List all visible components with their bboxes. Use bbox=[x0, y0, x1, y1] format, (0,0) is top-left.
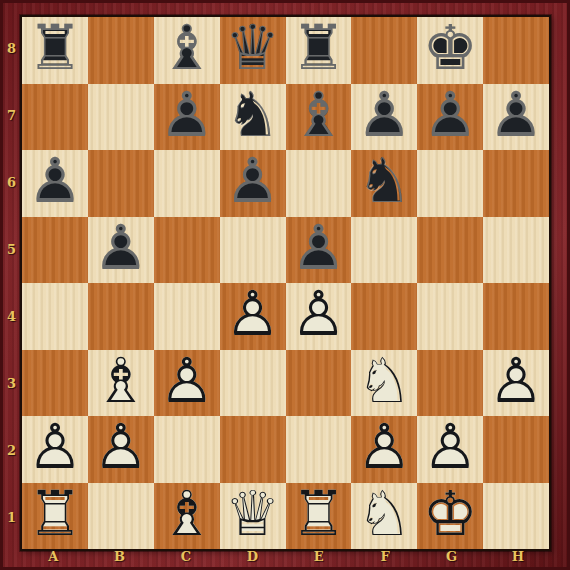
piece-black-pawn[interactable]: ♟︎♙︎ bbox=[88, 217, 154, 284]
piece-white-knight[interactable]: ♞︎♘︎ bbox=[351, 350, 417, 417]
square-d4[interactable]: ♟︎♙︎ bbox=[220, 283, 286, 350]
square-f6[interactable]: ♞︎♘︎ bbox=[351, 150, 417, 217]
square-c2[interactable] bbox=[154, 416, 220, 483]
square-f1[interactable]: ♞︎♘︎ bbox=[351, 483, 417, 550]
black-pawn-outline: ♙︎ bbox=[154, 83, 220, 145]
black-bishop-outline: ♗︎ bbox=[286, 83, 352, 145]
file-label-g: G bbox=[418, 545, 484, 567]
piece-black-knight[interactable]: ♞︎♘︎ bbox=[351, 150, 417, 217]
piece-black-pawn[interactable]: ♟︎♙︎ bbox=[417, 84, 483, 151]
square-e1[interactable]: ♜︎♖︎ bbox=[286, 483, 352, 550]
square-g8[interactable]: ♚︎♔︎ bbox=[417, 17, 483, 84]
square-a8[interactable]: ♜︎♖︎ bbox=[22, 17, 88, 84]
white-rook-outline: ♖︎ bbox=[22, 482, 88, 544]
square-a3[interactable] bbox=[22, 350, 88, 417]
piece-black-queen[interactable]: ♛︎♕︎ bbox=[220, 17, 286, 84]
rank-label-8: 8 bbox=[3, 15, 20, 82]
piece-white-rook[interactable]: ♜︎♖︎ bbox=[22, 483, 88, 550]
square-g4[interactable] bbox=[417, 283, 483, 350]
white-bishop-outline: ♗︎ bbox=[154, 482, 220, 544]
square-h8[interactable] bbox=[483, 17, 549, 84]
square-f5[interactable] bbox=[351, 217, 417, 284]
square-e3[interactable] bbox=[286, 350, 352, 417]
square-e2[interactable] bbox=[286, 416, 352, 483]
square-g6[interactable] bbox=[417, 150, 483, 217]
chess-board: ♜︎♖︎♝︎♗︎♛︎♕︎♜︎♖︎♚︎♔︎♟︎♙︎♞︎♘︎♝︎♗︎♟︎♙︎♟︎♙︎… bbox=[20, 15, 551, 551]
square-h5[interactable] bbox=[483, 217, 549, 284]
file-label-e: E bbox=[286, 545, 352, 567]
file-label-b: B bbox=[86, 545, 152, 567]
piece-white-pawn[interactable]: ♟︎♙︎ bbox=[220, 283, 286, 350]
square-e7[interactable]: ♝︎♗︎ bbox=[286, 84, 352, 151]
square-h2[interactable] bbox=[483, 416, 549, 483]
file-label-h: H bbox=[485, 545, 551, 567]
square-b6[interactable] bbox=[88, 150, 154, 217]
square-h7[interactable]: ♟︎♙︎ bbox=[483, 84, 549, 151]
square-h1[interactable] bbox=[483, 483, 549, 550]
piece-white-bishop[interactable]: ♝︎♗︎ bbox=[88, 350, 154, 417]
square-d6[interactable]: ♟︎♙︎ bbox=[220, 150, 286, 217]
rank-label-4: 4 bbox=[3, 283, 20, 350]
black-rook-outline: ♖︎ bbox=[286, 17, 352, 79]
square-a6[interactable]: ♟︎♙︎ bbox=[22, 150, 88, 217]
square-f2[interactable]: ♟︎♙︎ bbox=[351, 416, 417, 483]
square-a2[interactable]: ♟︎♙︎ bbox=[22, 416, 88, 483]
square-d8[interactable]: ♛︎♕︎ bbox=[220, 17, 286, 84]
piece-white-bishop[interactable]: ♝︎♗︎ bbox=[154, 483, 220, 550]
black-rook-outline: ♖︎ bbox=[22, 17, 88, 79]
square-b7[interactable] bbox=[88, 84, 154, 151]
piece-black-rook[interactable]: ♜︎♖︎ bbox=[286, 17, 352, 84]
piece-white-pawn[interactable]: ♟︎♙︎ bbox=[483, 350, 549, 417]
piece-white-pawn[interactable]: ♟︎♙︎ bbox=[88, 416, 154, 483]
square-d7[interactable]: ♞︎♘︎ bbox=[220, 84, 286, 151]
white-knight-outline: ♘︎ bbox=[351, 482, 417, 544]
square-f3[interactable]: ♞︎♘︎ bbox=[351, 350, 417, 417]
square-d2[interactable] bbox=[220, 416, 286, 483]
square-g1[interactable]: ♚︎♔︎ bbox=[417, 483, 483, 550]
square-e5[interactable]: ♟︎♙︎ bbox=[286, 217, 352, 284]
piece-white-king[interactable]: ♚︎♔︎ bbox=[417, 483, 483, 550]
square-c1[interactable]: ♝︎♗︎ bbox=[154, 483, 220, 550]
piece-black-knight[interactable]: ♞︎♘︎ bbox=[220, 84, 286, 151]
square-d5[interactable] bbox=[220, 217, 286, 284]
white-king-outline: ♔︎ bbox=[417, 482, 483, 544]
black-pawn-outline: ♙︎ bbox=[220, 150, 286, 212]
square-b2[interactable]: ♟︎♙︎ bbox=[88, 416, 154, 483]
square-a1[interactable]: ♜︎♖︎ bbox=[22, 483, 88, 550]
rank-label-7: 7 bbox=[3, 82, 20, 149]
square-g2[interactable]: ♟︎♙︎ bbox=[417, 416, 483, 483]
white-pawn-outline: ♙︎ bbox=[417, 416, 483, 478]
square-g3[interactable] bbox=[417, 350, 483, 417]
file-labels: ABCDEFGH bbox=[20, 545, 551, 567]
black-bishop-outline: ♗︎ bbox=[154, 17, 220, 79]
square-a5[interactable] bbox=[22, 217, 88, 284]
square-d1[interactable]: ♛︎♕︎ bbox=[220, 483, 286, 550]
black-queen-outline: ♕︎ bbox=[220, 17, 286, 79]
chess-board-frame: ♜︎♖︎♝︎♗︎♛︎♕︎♜︎♖︎♚︎♔︎♟︎♙︎♞︎♘︎♝︎♗︎♟︎♙︎♟︎♙︎… bbox=[0, 0, 570, 570]
square-d3[interactable] bbox=[220, 350, 286, 417]
square-a7[interactable] bbox=[22, 84, 88, 151]
piece-white-pawn[interactable]: ♟︎♙︎ bbox=[154, 350, 220, 417]
rank-label-5: 5 bbox=[3, 216, 20, 283]
black-king-outline: ♔︎ bbox=[417, 17, 483, 79]
black-pawn-outline: ♙︎ bbox=[417, 83, 483, 145]
white-pawn-outline: ♙︎ bbox=[351, 416, 417, 478]
square-g7[interactable]: ♟︎♙︎ bbox=[417, 84, 483, 151]
square-a4[interactable] bbox=[22, 283, 88, 350]
square-g5[interactable] bbox=[417, 217, 483, 284]
square-b8[interactable] bbox=[88, 17, 154, 84]
piece-white-pawn[interactable]: ♟︎♙︎ bbox=[417, 416, 483, 483]
white-rook-outline: ♖︎ bbox=[286, 482, 352, 544]
piece-black-king[interactable]: ♚︎♔︎ bbox=[417, 17, 483, 84]
piece-white-pawn[interactable]: ♟︎♙︎ bbox=[286, 283, 352, 350]
piece-black-pawn[interactable]: ♟︎♙︎ bbox=[286, 217, 352, 284]
square-c7[interactable]: ♟︎♙︎ bbox=[154, 84, 220, 151]
white-pawn-outline: ♙︎ bbox=[286, 283, 352, 345]
white-bishop-outline: ♗︎ bbox=[88, 349, 154, 411]
file-label-f: F bbox=[352, 545, 418, 567]
black-pawn-outline: ♙︎ bbox=[22, 150, 88, 212]
rank-labels: 87654321 bbox=[3, 15, 20, 551]
black-pawn-outline: ♙︎ bbox=[286, 216, 352, 278]
square-b1[interactable] bbox=[88, 483, 154, 550]
piece-black-bishop[interactable]: ♝︎♗︎ bbox=[154, 17, 220, 84]
piece-white-pawn[interactable]: ♟︎♙︎ bbox=[351, 416, 417, 483]
piece-white-knight[interactable]: ♞︎♘︎ bbox=[351, 483, 417, 550]
square-c5[interactable] bbox=[154, 217, 220, 284]
piece-black-pawn[interactable]: ♟︎♙︎ bbox=[351, 84, 417, 151]
square-h4[interactable] bbox=[483, 283, 549, 350]
rank-label-6: 6 bbox=[3, 149, 20, 216]
square-e4[interactable]: ♟︎♙︎ bbox=[286, 283, 352, 350]
piece-black-pawn[interactable]: ♟︎♙︎ bbox=[220, 150, 286, 217]
white-pawn-outline: ♙︎ bbox=[483, 349, 549, 411]
white-pawn-outline: ♙︎ bbox=[220, 283, 286, 345]
rank-label-3: 3 bbox=[3, 350, 20, 417]
square-b5[interactable]: ♟︎♙︎ bbox=[88, 217, 154, 284]
square-h3[interactable]: ♟︎♙︎ bbox=[483, 350, 549, 417]
square-b3[interactable]: ♝︎♗︎ bbox=[88, 350, 154, 417]
piece-black-pawn[interactable]: ♟︎♙︎ bbox=[154, 84, 220, 151]
white-pawn-outline: ♙︎ bbox=[88, 416, 154, 478]
white-pawn-outline: ♙︎ bbox=[154, 349, 220, 411]
piece-black-rook[interactable]: ♜︎♖︎ bbox=[22, 17, 88, 84]
black-pawn-outline: ♙︎ bbox=[483, 83, 549, 145]
square-c8[interactable]: ♝︎♗︎ bbox=[154, 17, 220, 84]
file-label-c: C bbox=[153, 545, 219, 567]
black-pawn-outline: ♙︎ bbox=[88, 216, 154, 278]
piece-white-queen[interactable]: ♛︎♕︎ bbox=[220, 483, 286, 550]
piece-white-pawn[interactable]: ♟︎♙︎ bbox=[22, 416, 88, 483]
black-knight-outline: ♘︎ bbox=[351, 150, 417, 212]
square-h6[interactable] bbox=[483, 150, 549, 217]
piece-black-pawn[interactable]: ♟︎♙︎ bbox=[483, 84, 549, 151]
rank-label-2: 2 bbox=[3, 417, 20, 484]
square-c4[interactable] bbox=[154, 283, 220, 350]
square-f7[interactable]: ♟︎♙︎ bbox=[351, 84, 417, 151]
piece-black-bishop[interactable]: ♝︎♗︎ bbox=[286, 84, 352, 151]
white-pawn-outline: ♙︎ bbox=[22, 416, 88, 478]
square-b4[interactable] bbox=[88, 283, 154, 350]
piece-white-rook[interactable]: ♜︎♖︎ bbox=[286, 483, 352, 550]
white-knight-outline: ♘︎ bbox=[351, 349, 417, 411]
black-pawn-outline: ♙︎ bbox=[351, 83, 417, 145]
square-e6[interactable] bbox=[286, 150, 352, 217]
black-knight-outline: ♘︎ bbox=[220, 83, 286, 145]
piece-black-pawn[interactable]: ♟︎♙︎ bbox=[22, 150, 88, 217]
white-queen-outline: ♕︎ bbox=[220, 482, 286, 544]
square-f8[interactable] bbox=[351, 17, 417, 84]
rank-label-1: 1 bbox=[3, 484, 20, 551]
file-label-d: D bbox=[219, 545, 285, 567]
square-e8[interactable]: ♜︎♖︎ bbox=[286, 17, 352, 84]
square-c3[interactable]: ♟︎♙︎ bbox=[154, 350, 220, 417]
square-c6[interactable] bbox=[154, 150, 220, 217]
file-label-a: A bbox=[20, 545, 86, 567]
square-f4[interactable] bbox=[351, 283, 417, 350]
